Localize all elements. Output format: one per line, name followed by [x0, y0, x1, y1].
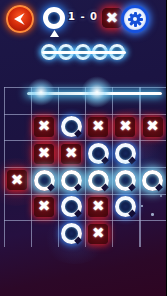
spark-particle	[141, 205, 143, 207]
board-cell[interactable]	[85, 87, 112, 114]
board-cell[interactable]	[58, 167, 85, 194]
board-cell[interactable]	[4, 140, 31, 167]
player-o-score-icon	[43, 7, 65, 29]
board-cell[interactable]	[58, 114, 85, 141]
board-cell[interactable]: ✖	[31, 140, 58, 167]
x-piece: ✖	[88, 197, 108, 217]
board-cell[interactable]	[58, 194, 85, 221]
board-cell[interactable]	[4, 194, 31, 221]
o-piece	[88, 143, 109, 164]
board-cell[interactable]	[112, 140, 139, 167]
board-cell[interactable]: ✖	[139, 114, 166, 141]
board-cell[interactable]	[58, 220, 85, 247]
board-cell[interactable]	[139, 167, 166, 194]
board-cell[interactable]: ✖	[85, 194, 112, 221]
board-cell[interactable]	[85, 140, 112, 167]
board-cell[interactable]	[139, 140, 166, 167]
board: ✖✖✖✖✖✖✖✖✖✖	[4, 87, 167, 247]
x-piece: ✖	[34, 197, 54, 217]
board-cell[interactable]	[31, 167, 58, 194]
player-x-score-icon: ✖	[102, 8, 122, 28]
back-button[interactable]	[6, 5, 34, 33]
board-cell[interactable]	[31, 87, 58, 114]
o-piece	[88, 170, 109, 191]
board-cell[interactable]: ✖	[31, 194, 58, 221]
spark-particle	[160, 195, 162, 197]
x-piece: ✖	[34, 144, 54, 164]
o-piece	[61, 116, 82, 137]
x-piece: ✖	[88, 224, 108, 244]
board-win-line	[27, 92, 162, 95]
x-piece: ✖	[143, 117, 163, 137]
spark-particle	[151, 213, 154, 216]
left-arrow-icon	[12, 11, 28, 27]
x-piece: ✖	[88, 117, 108, 137]
o-piece	[115, 170, 136, 191]
board-cell[interactable]: ✖	[31, 114, 58, 141]
board-cell[interactable]: ✖	[58, 140, 85, 167]
board-cell[interactable]	[112, 167, 139, 194]
gear-icon	[128, 12, 143, 27]
x-piece: ✖	[34, 117, 54, 137]
x-piece: ✖	[115, 117, 135, 137]
board-cell[interactable]: ✖	[4, 167, 31, 194]
o-piece	[115, 196, 136, 217]
board-cell[interactable]	[85, 167, 112, 194]
o-piece	[142, 170, 163, 191]
board-cell[interactable]: ✖	[85, 220, 112, 247]
x-piece: ✖	[7, 170, 27, 190]
o-piece	[115, 143, 136, 164]
win-display-strike-line	[42, 51, 126, 54]
board-cell[interactable]: ✖	[85, 114, 112, 141]
o-piece	[61, 223, 82, 244]
turn-indicator-arrow-icon	[50, 30, 59, 37]
board-cell[interactable]	[4, 87, 31, 114]
board-cell[interactable]	[112, 194, 139, 221]
settings-button[interactable]	[121, 5, 149, 33]
o-piece	[61, 170, 82, 191]
board-cell[interactable]	[139, 194, 166, 221]
game-screen: 1 - 0 ✖ ✖✖✖✖✖✖✖✖✖✖	[0, 0, 166, 296]
board-cell[interactable]	[139, 220, 166, 247]
x-piece: ✖	[61, 144, 81, 164]
board-cell[interactable]	[112, 87, 139, 114]
o-piece	[34, 170, 55, 191]
board-cell[interactable]	[112, 220, 139, 247]
score-text: 1 - 0	[66, 11, 100, 22]
o-piece	[61, 196, 82, 217]
board-cell[interactable]	[58, 87, 85, 114]
board-cell[interactable]: ✖	[112, 114, 139, 141]
board-cell[interactable]	[4, 114, 31, 141]
board-cell[interactable]	[4, 220, 31, 247]
board-cell[interactable]	[31, 220, 58, 247]
board-cell[interactable]	[139, 87, 166, 114]
